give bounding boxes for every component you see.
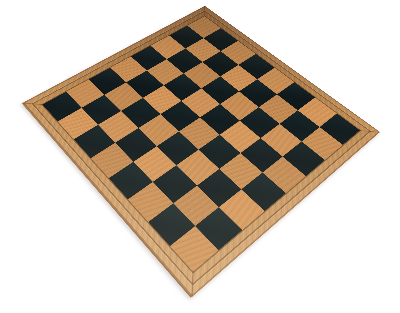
photo-background bbox=[0, 0, 400, 313]
chessboard bbox=[23, 6, 380, 297]
playing-surface bbox=[43, 16, 360, 272]
